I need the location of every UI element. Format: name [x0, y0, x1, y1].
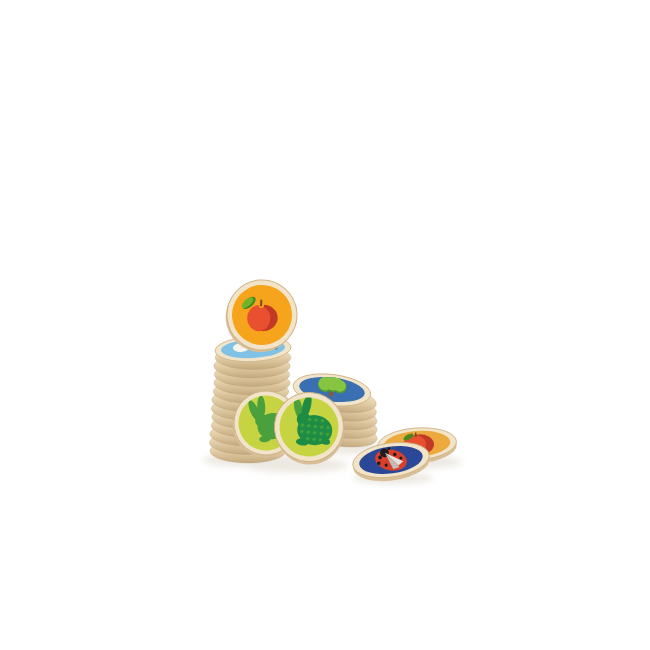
apple-stem	[260, 299, 262, 306]
memory-game-scene	[0, 0, 650, 650]
apple-stem	[415, 433, 417, 438]
product-photo	[0, 0, 650, 650]
